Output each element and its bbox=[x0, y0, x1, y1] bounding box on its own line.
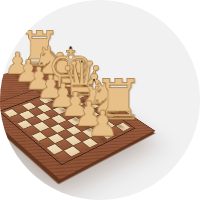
pawn-glyph: ♟ bbox=[71, 106, 134, 142]
product-photo: ♜♞♝♚♛♝♞♜♟♟♟♟♟♟♟♟ bbox=[0, 0, 200, 200]
photo-circle[interactable]: ♜♞♝♚♛♝♞♜♟♟♟♟♟♟♟♟ bbox=[0, 0, 200, 200]
chess-board: ♜♞♝♚♛♝♞♜♟♟♟♟♟♟♟♟ bbox=[0, 76, 155, 181]
scene: ♜♞♝♚♛♝♞♜♟♟♟♟♟♟♟♟ bbox=[0, 0, 200, 200]
black-finial-dot bbox=[81, 60, 83, 62]
